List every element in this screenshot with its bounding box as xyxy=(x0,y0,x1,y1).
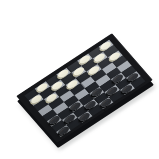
board-grid: ⛀⛀⛀⛀⛀⛀⛀⛀⛀⛀⛀⛀⛂⛂⛂⛂⛂⛂⛂⛂⛂⛂⛂⛂ xyxy=(24,40,145,137)
product-photo-scene: ⛀⛀⛀⛀⛀⛀⛀⛀⛀⛀⛀⛀⛂⛂⛂⛂⛂⛂⛂⛂⛂⛂⛂⛂ xyxy=(0,0,159,159)
